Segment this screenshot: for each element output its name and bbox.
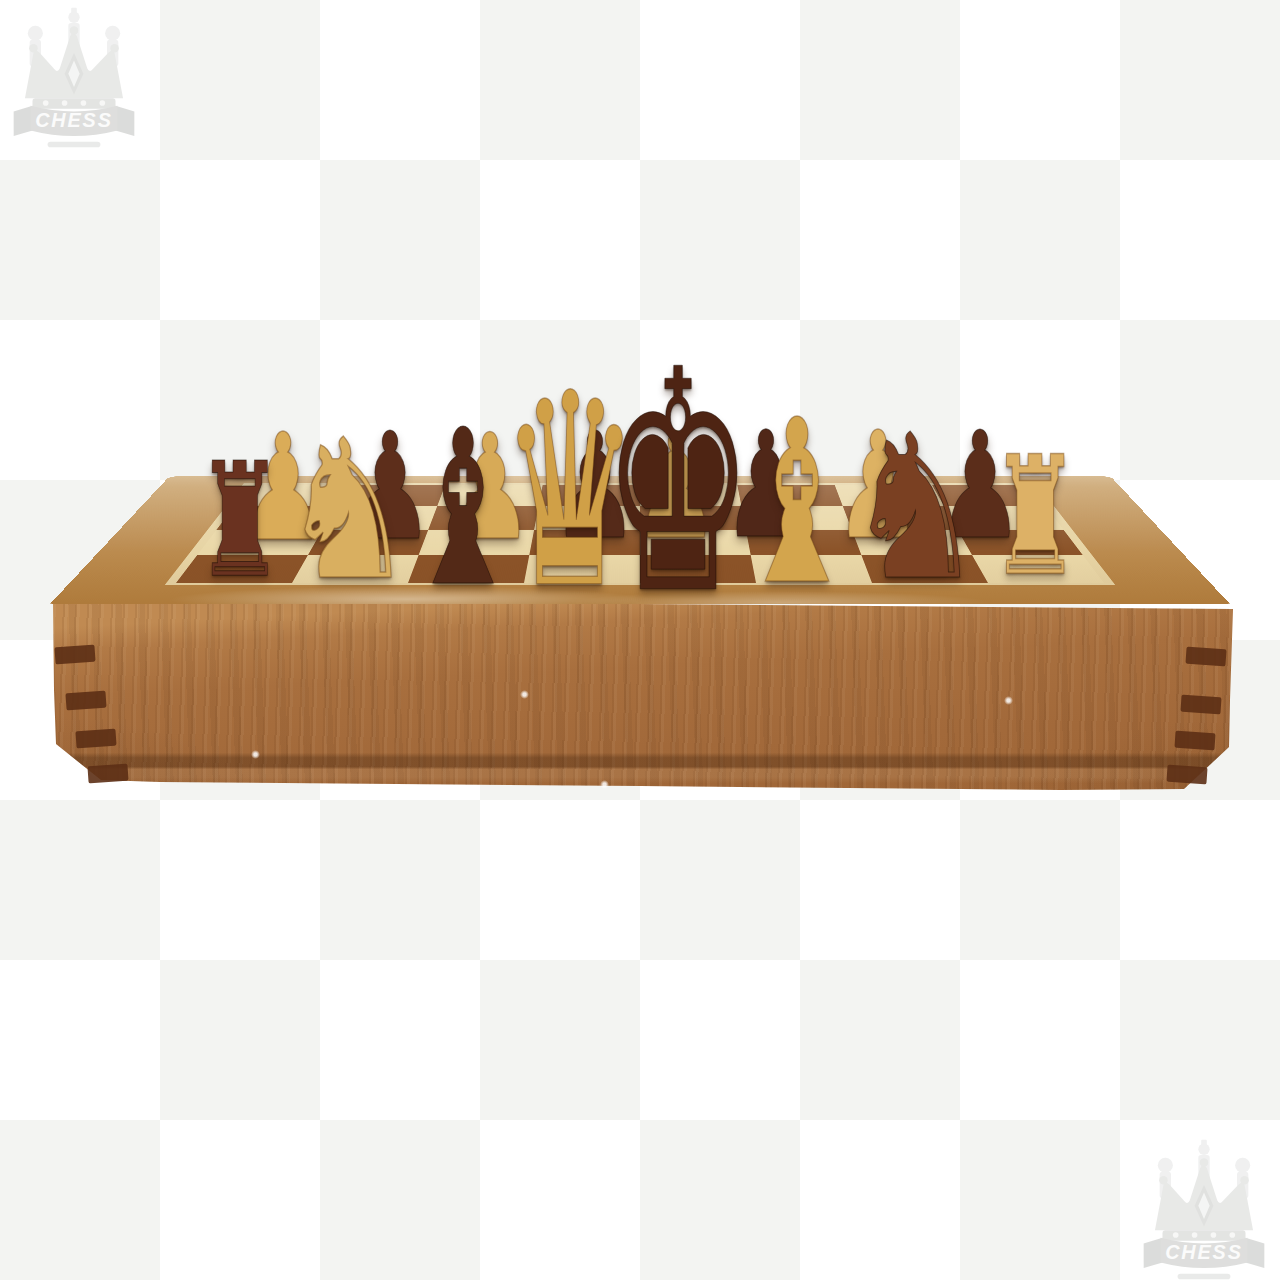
chess-piece-light-knight-b1[interactable]: ♞ <box>281 414 416 607</box>
chess-piece-dark-rook-a1[interactable]: ♜ <box>196 441 284 599</box>
product-photo-scene: CHESS CHESS <box>0 0 1280 1280</box>
chess-piece-light-rook-h1[interactable]: ♜ <box>989 435 1080 599</box>
pieces-layer: ♟♟♟♟♟♟♟♟♜♞♝♛♚♝♞♜ <box>0 0 1280 1280</box>
chess-piece-dark-knight-g1[interactable]: ♞ <box>845 408 985 608</box>
chess-piece-dark-king-e1[interactable]: ♚ <box>603 330 754 636</box>
chess-piece-light-bishop-f1[interactable]: ♝ <box>736 390 858 616</box>
